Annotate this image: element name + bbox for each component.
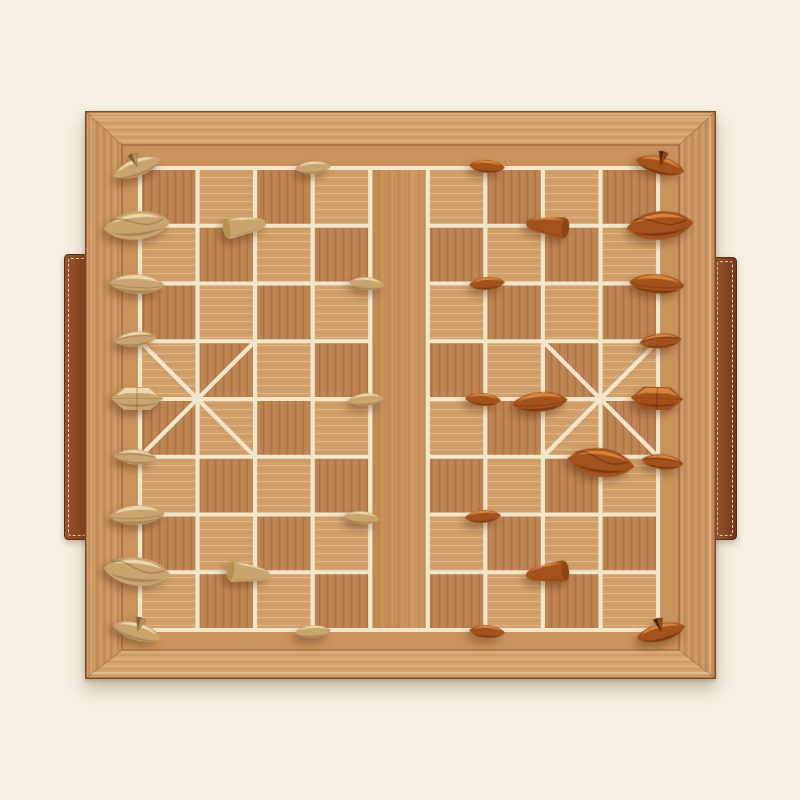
leather-handle-right — [713, 257, 737, 540]
piece-dark-horse[interactable] — [568, 431, 632, 495]
piece-dark-advisor[interactable] — [631, 430, 694, 493]
piece-light-soldier[interactable] — [282, 137, 343, 199]
product-photo-stage — [0, 0, 800, 800]
piece-light-advisor[interactable] — [104, 307, 167, 370]
piece-dark-cannon[interactable] — [511, 194, 575, 258]
piece-dark-soldier[interactable] — [457, 601, 518, 663]
piece-light-advisor[interactable] — [105, 426, 166, 488]
piece-light-cannon[interactable] — [217, 193, 282, 258]
piece-dark-chariot[interactable] — [626, 598, 696, 668]
piece-dark-soldier[interactable] — [457, 136, 518, 198]
handle-stitching — [717, 261, 733, 536]
piece-light-chariot[interactable] — [100, 131, 174, 205]
xiangqi-board[interactable] — [85, 111, 716, 679]
piece-light-soldier[interactable] — [282, 602, 342, 663]
piece-dark-general[interactable] — [627, 369, 687, 429]
piece-dark-elephant[interactable] — [509, 371, 571, 434]
piece-dark-elephant[interactable] — [626, 253, 687, 315]
piece-light-chariot[interactable] — [101, 596, 172, 667]
piece-dark-cannon[interactable] — [511, 542, 575, 606]
piece-light-general[interactable] — [108, 370, 166, 428]
piece-dark-chariot[interactable] — [625, 131, 695, 201]
piece-light-soldier[interactable] — [331, 486, 393, 549]
piece-dark-soldier[interactable] — [453, 486, 514, 548]
piece-dark-soldier[interactable] — [457, 253, 518, 315]
pieces-grid — [111, 139, 687, 659]
piece-light-cannon[interactable] — [221, 542, 285, 606]
piece-light-elephant[interactable] — [107, 484, 167, 545]
piece-dark-horse[interactable] — [629, 194, 691, 257]
handle-stitching — [68, 258, 86, 536]
piece-light-horse[interactable] — [105, 540, 168, 603]
piece-light-horse[interactable] — [105, 194, 168, 257]
piece-light-soldier[interactable] — [335, 369, 397, 432]
piece-light-soldier[interactable] — [336, 252, 398, 315]
piece-dark-soldier[interactable] — [453, 369, 514, 431]
piece-light-elephant[interactable] — [107, 253, 167, 314]
piece-dark-advisor[interactable] — [630, 310, 692, 373]
